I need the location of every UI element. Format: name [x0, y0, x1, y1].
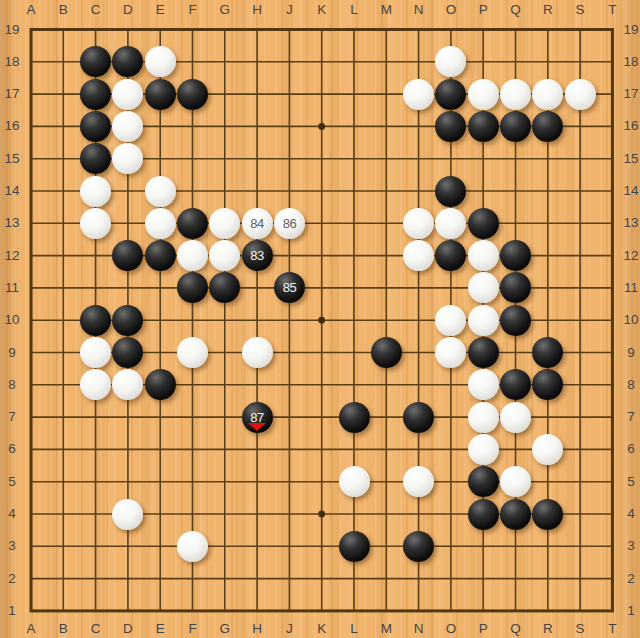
col-label-bottom-D: D	[123, 622, 133, 636]
stone-black-E12[interactable]	[145, 240, 176, 271]
star-point-K10	[318, 317, 325, 324]
row-label-left-6: 6	[8, 443, 16, 457]
row-label-left-17: 17	[4, 87, 19, 101]
stone-white-D4[interactable]	[112, 499, 143, 530]
row-label-right-3: 3	[627, 540, 635, 554]
col-label-bottom-J: J	[286, 622, 293, 636]
stone-white-O13[interactable]	[435, 208, 466, 239]
move-number-87: 87	[250, 411, 263, 424]
col-label-bottom-K: K	[317, 622, 326, 636]
col-label-bottom-L: L	[350, 622, 358, 636]
row-label-right-2: 2	[627, 572, 635, 586]
stone-black-P5[interactable]	[468, 466, 499, 497]
row-label-right-6: 6	[627, 443, 635, 457]
stone-white-R17[interactable]	[532, 79, 563, 110]
stone-black-P4[interactable]	[468, 499, 499, 530]
col-label-bottom-O: O	[446, 622, 457, 636]
row-label-right-12: 12	[623, 249, 638, 263]
stone-white-S17[interactable]	[565, 79, 596, 110]
row-label-left-3: 3	[8, 540, 16, 554]
col-label-top-G: G	[220, 3, 231, 17]
col-label-bottom-H: H	[252, 622, 262, 636]
stone-black-C16[interactable]	[80, 111, 111, 142]
col-label-bottom-R: R	[543, 622, 553, 636]
col-label-top-T: T	[608, 3, 616, 17]
move-number-84: 84	[250, 217, 263, 230]
stone-black-H12[interactable]: 83	[242, 240, 273, 271]
col-label-bottom-B: B	[59, 622, 68, 636]
stone-white-L5[interactable]	[339, 466, 370, 497]
col-label-top-A: A	[26, 3, 35, 17]
col-label-top-F: F	[188, 3, 196, 17]
stone-black-P16[interactable]	[468, 111, 499, 142]
stone-white-P6[interactable]	[468, 434, 499, 465]
stone-white-N12[interactable]	[403, 240, 434, 271]
col-label-top-J: J	[286, 3, 293, 17]
row-label-right-7: 7	[627, 410, 635, 424]
stone-white-D17[interactable]	[112, 79, 143, 110]
row-label-left-7: 7	[8, 410, 16, 424]
row-label-left-10: 10	[4, 313, 19, 327]
col-label-top-S: S	[576, 3, 585, 17]
move-number-86: 86	[283, 217, 296, 230]
row-label-right-17: 17	[623, 87, 638, 101]
row-label-right-16: 16	[623, 120, 638, 134]
col-label-top-M: M	[381, 3, 392, 17]
row-label-right-14: 14	[623, 184, 638, 198]
stone-black-Q4[interactable]	[500, 499, 531, 530]
row-label-right-1: 1	[627, 604, 635, 618]
stone-black-L7[interactable]	[339, 402, 370, 433]
col-label-top-H: H	[252, 3, 262, 17]
col-label-bottom-F: F	[188, 622, 196, 636]
row-label-left-16: 16	[4, 120, 19, 134]
row-label-left-5: 5	[8, 475, 16, 489]
stone-black-P13[interactable]	[468, 208, 499, 239]
col-label-bottom-S: S	[576, 622, 585, 636]
stone-white-C13[interactable]	[80, 208, 111, 239]
row-label-left-8: 8	[8, 378, 16, 392]
col-label-top-C: C	[91, 3, 101, 17]
row-label-right-13: 13	[623, 217, 638, 231]
row-label-right-15: 15	[623, 152, 638, 166]
stone-black-Q12[interactable]	[500, 240, 531, 271]
stone-black-R16[interactable]	[532, 111, 563, 142]
stone-black-D10[interactable]	[112, 305, 143, 336]
stone-white-E13[interactable]	[145, 208, 176, 239]
row-label-left-12: 12	[4, 249, 19, 263]
stone-white-H9[interactable]	[242, 337, 273, 368]
stone-black-M9[interactable]	[371, 337, 402, 368]
row-label-left-2: 2	[8, 572, 16, 586]
stone-black-O17[interactable]	[435, 79, 466, 110]
stone-white-J13[interactable]: 86	[274, 208, 305, 239]
row-label-right-18: 18	[623, 55, 638, 69]
stone-white-N13[interactable]	[403, 208, 434, 239]
stone-black-E8[interactable]	[145, 369, 176, 400]
row-label-left-19: 19	[4, 23, 19, 37]
row-label-left-1: 1	[8, 604, 16, 618]
row-label-right-5: 5	[627, 475, 635, 489]
col-label-bottom-C: C	[91, 622, 101, 636]
row-label-right-10: 10	[623, 313, 638, 327]
col-label-top-E: E	[156, 3, 165, 17]
col-label-top-R: R	[543, 3, 553, 17]
stone-black-Q16[interactable]	[500, 111, 531, 142]
stone-white-E18[interactable]	[145, 46, 176, 77]
row-label-left-4: 4	[8, 507, 16, 521]
row-label-right-4: 4	[627, 507, 635, 521]
stone-white-P11[interactable]	[468, 272, 499, 303]
stone-white-O10[interactable]	[435, 305, 466, 336]
stone-black-L3[interactable]	[339, 531, 370, 562]
row-label-right-8: 8	[627, 378, 635, 392]
col-label-top-K: K	[317, 3, 326, 17]
row-label-right-11: 11	[624, 281, 638, 295]
col-label-top-Q: Q	[510, 3, 521, 17]
stone-white-C14[interactable]	[80, 176, 111, 207]
star-point-K16	[318, 123, 325, 130]
stone-black-E17[interactable]	[145, 79, 176, 110]
row-label-left-14: 14	[4, 184, 19, 198]
row-label-left-13: 13	[4, 217, 19, 231]
stone-white-H13[interactable]: 84	[242, 208, 273, 239]
stone-black-R4[interactable]	[532, 499, 563, 530]
stone-black-F13[interactable]	[177, 208, 208, 239]
stone-white-F9[interactable]	[177, 337, 208, 368]
col-label-top-D: D	[123, 3, 133, 17]
col-label-bottom-T: T	[608, 622, 616, 636]
stone-white-F3[interactable]	[177, 531, 208, 562]
stone-white-E14[interactable]	[145, 176, 176, 207]
stone-black-N3[interactable]	[403, 531, 434, 562]
stone-white-N17[interactable]	[403, 79, 434, 110]
stone-white-F12[interactable]	[177, 240, 208, 271]
stone-white-R6[interactable]	[532, 434, 563, 465]
stone-white-Q5[interactable]	[500, 466, 531, 497]
col-label-top-B: B	[59, 3, 68, 17]
row-label-right-9: 9	[627, 346, 635, 360]
stone-black-C17[interactable]	[80, 79, 111, 110]
stone-black-C10[interactable]	[80, 305, 111, 336]
move-number-83: 83	[250, 249, 263, 262]
stone-white-P8[interactable]	[468, 369, 499, 400]
stone-black-O14[interactable]	[435, 176, 466, 207]
stone-black-N7[interactable]	[403, 402, 434, 433]
col-label-bottom-N: N	[414, 622, 424, 636]
row-label-left-11: 11	[5, 281, 19, 295]
stone-black-Q10[interactable]	[500, 305, 531, 336]
col-label-bottom-Q: Q	[510, 622, 521, 636]
move-number-85: 85	[283, 281, 296, 294]
stone-white-P12[interactable]	[468, 240, 499, 271]
col-label-top-P: P	[479, 3, 488, 17]
stone-white-P17[interactable]	[468, 79, 499, 110]
col-label-top-L: L	[350, 3, 358, 17]
col-label-bottom-G: G	[220, 622, 231, 636]
col-label-bottom-P: P	[479, 622, 488, 636]
go-board[interactable]: AABBCCDDEEFFGGHHJJKKLLMMNNOOPPQQRRSSTT19…	[0, 0, 640, 638]
stone-white-P10[interactable]	[468, 305, 499, 336]
row-label-right-19: 19	[623, 23, 638, 37]
row-label-left-9: 9	[8, 346, 16, 360]
star-point-K4	[318, 511, 325, 518]
stone-black-P9[interactable]	[468, 337, 499, 368]
stone-black-F17[interactable]	[177, 79, 208, 110]
col-label-bottom-A: A	[26, 622, 35, 636]
stone-white-C9[interactable]	[80, 337, 111, 368]
stone-white-Q17[interactable]	[500, 79, 531, 110]
col-label-top-N: N	[414, 3, 424, 17]
row-label-left-18: 18	[4, 55, 19, 69]
col-label-bottom-M: M	[381, 622, 392, 636]
stone-white-Q7[interactable]	[500, 402, 531, 433]
col-label-bottom-E: E	[156, 622, 165, 636]
stone-black-H7[interactable]: 87	[242, 402, 273, 433]
stone-white-P7[interactable]	[468, 402, 499, 433]
row-label-left-15: 15	[4, 152, 19, 166]
stone-white-G13[interactable]	[209, 208, 240, 239]
col-label-top-O: O	[446, 3, 457, 17]
